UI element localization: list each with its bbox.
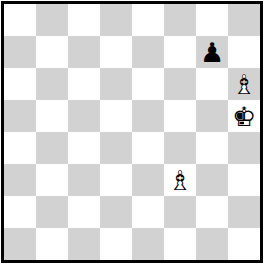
square-a1[interactable] [4,228,36,260]
square-d1[interactable] [100,228,132,260]
neutral-piece-white-half-fill: ♚ [228,100,260,132]
square-f6[interactable] [164,68,196,100]
square-d3[interactable] [100,164,132,196]
square-f8[interactable] [164,4,196,36]
piece-neutral-king-h5[interactable]: ♚♚♔ [228,100,260,132]
square-g1[interactable] [196,228,228,260]
square-d5[interactable] [100,100,132,132]
square-b8[interactable] [36,4,68,36]
square-d4[interactable] [100,132,132,164]
square-c6[interactable] [68,68,100,100]
chess-diagram-page: ♟♝♗♚♚♔♝♗ [0,0,264,264]
square-f7[interactable] [164,36,196,68]
square-b7[interactable] [36,36,68,68]
square-h1[interactable] [228,228,260,260]
square-c4[interactable] [68,132,100,164]
square-e3[interactable] [132,164,164,196]
square-b2[interactable] [36,196,68,228]
square-g2[interactable] [196,196,228,228]
square-f5[interactable] [164,100,196,132]
square-g7[interactable]: ♟ [196,36,228,68]
square-g3[interactable] [196,164,228,196]
square-a5[interactable] [4,100,36,132]
square-c1[interactable] [68,228,100,260]
square-b3[interactable] [36,164,68,196]
square-h4[interactable] [228,132,260,164]
square-a6[interactable] [4,68,36,100]
square-h3[interactable] [228,164,260,196]
piece-white-bishop-h6[interactable]: ♝♗ [228,68,260,100]
square-f2[interactable] [164,196,196,228]
square-c5[interactable] [68,100,100,132]
square-d2[interactable] [100,196,132,228]
square-b4[interactable] [36,132,68,164]
square-a7[interactable] [4,36,36,68]
square-h2[interactable] [228,196,260,228]
square-e4[interactable] [132,132,164,164]
square-a3[interactable] [4,164,36,196]
square-h8[interactable] [228,4,260,36]
square-f4[interactable] [164,132,196,164]
piece-white-bishop-f3[interactable]: ♝♗ [164,164,196,196]
square-c2[interactable] [68,196,100,228]
square-e2[interactable] [132,196,164,228]
square-e7[interactable] [132,36,164,68]
square-g5[interactable] [196,100,228,132]
square-e6[interactable] [132,68,164,100]
neutral-piece-white-half-outline: ♔ [228,100,260,132]
square-g4[interactable] [196,132,228,164]
neutral-piece-black-half: ♚ [228,100,260,132]
square-a8[interactable] [4,4,36,36]
square-b5[interactable] [36,100,68,132]
square-b1[interactable] [36,228,68,260]
square-e1[interactable] [132,228,164,260]
square-h7[interactable] [228,36,260,68]
chess-board: ♟♝♗♚♚♔♝♗ [4,4,260,260]
square-e8[interactable] [132,4,164,36]
square-f3[interactable]: ♝♗ [164,164,196,196]
board-frame: ♟♝♗♚♚♔♝♗ [1,1,263,263]
square-d6[interactable] [100,68,132,100]
square-a2[interactable] [4,196,36,228]
square-g8[interactable] [196,4,228,36]
square-e5[interactable] [132,100,164,132]
square-h5[interactable]: ♚♚♔ [228,100,260,132]
square-g6[interactable] [196,68,228,100]
square-d8[interactable] [100,4,132,36]
square-b6[interactable] [36,68,68,100]
square-d7[interactable] [100,36,132,68]
square-a4[interactable] [4,132,36,164]
square-c8[interactable] [68,4,100,36]
square-c7[interactable] [68,36,100,68]
piece-black-pawn-g7[interactable]: ♟ [196,36,228,68]
square-c3[interactable] [68,164,100,196]
square-h6[interactable]: ♝♗ [228,68,260,100]
square-f1[interactable] [164,228,196,260]
